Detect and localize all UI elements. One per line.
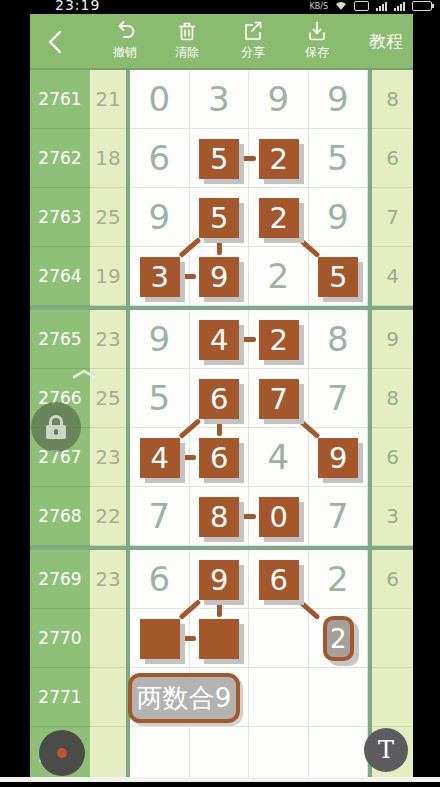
grid-cell-2765-1[interactable]: 9 (130, 310, 190, 369)
marked-digit-box-2767-1[interactable]: 4 (140, 438, 180, 478)
period-cell-2764: 2764 (30, 247, 90, 306)
undo-label: 撤销 (98, 44, 152, 61)
save-icon (305, 20, 329, 42)
marked-digit-box-2767-2[interactable]: 6 (199, 438, 239, 478)
connector-line-2 (217, 240, 222, 255)
period-cell-2771: 2771 (30, 668, 90, 727)
network-speed-label: KB/S (309, 2, 328, 11)
grid-cell-2768-1[interactable]: 7 (130, 487, 190, 546)
right-cell-2768: 3 (372, 487, 413, 546)
collapse-caret-icon[interactable] (72, 364, 96, 374)
grid-cell-2769-4[interactable]: 2 (309, 550, 369, 609)
connector-line-7 (217, 421, 222, 436)
grid-cell-2768-4[interactable]: 7 (309, 487, 369, 546)
grid-cell-2762-4[interactable]: 5 (309, 129, 369, 188)
sum-cell-2767: 23 (90, 428, 126, 487)
lock-button[interactable] (31, 402, 81, 452)
undo-button[interactable]: 撤销 (98, 20, 152, 61)
status-time: 23:19 (55, 0, 100, 13)
blank-marker-box-2770-2[interactable] (199, 619, 239, 659)
period-cell-2762: 2762 (30, 129, 90, 188)
sum-cell-2764: 19 (90, 247, 126, 306)
share-button[interactable]: 分享 (226, 20, 280, 61)
grid-cell-2763-1[interactable]: 9 (130, 188, 190, 247)
right-cell-2762: 6 (372, 129, 413, 188)
right-cell-2770 (372, 609, 413, 668)
save-button[interactable]: 保存 (290, 20, 344, 61)
connector-line-9 (183, 455, 197, 460)
grid-cell-2762-1[interactable]: 6 (130, 129, 190, 188)
status-bar: 23:19 KB/S (0, 0, 440, 14)
marked-digit-box-2769-3[interactable]: 6 (259, 560, 299, 600)
sum-cell-2761: 21 (90, 70, 126, 129)
connector-line-0 (242, 156, 256, 161)
connector-line-4 (183, 274, 197, 279)
grid-cell-2772-4[interactable] (309, 727, 369, 779)
signal-icon-sim1 (376, 2, 387, 11)
status-icons: KB/S (309, 0, 432, 14)
right-cell-2764: 4 (372, 247, 413, 306)
sum-cell-2769: 23 (90, 550, 126, 609)
blank-marker-box-2770-1[interactable] (140, 619, 180, 659)
marked-digit-box-2766-3[interactable]: 7 (259, 379, 299, 419)
bottom-edge-strip (0, 777, 440, 782)
period-cell-2768: 2768 (30, 487, 90, 546)
group-separator-2 (30, 546, 413, 550)
marked-digit-box-2769-2[interactable]: 9 (199, 560, 239, 600)
sum-cell-2762: 18 (90, 129, 126, 188)
toolbar: 撤销 清除 分享 保存 教程 (30, 14, 413, 70)
right-cell-2767: 6 (372, 428, 413, 487)
marked-digit-box-2763-2[interactable]: 5 (199, 198, 239, 238)
right-cell-2766: 8 (372, 369, 413, 428)
app-window: 撤销 清除 分享 保存 教程 2761210399827621865627632… (30, 14, 413, 779)
grid-cell-2772-3[interactable] (249, 727, 309, 779)
trend-chart-grid: 2761210399827621865627632599727641924276… (30, 70, 413, 779)
right-cell-2761: 8 (372, 70, 413, 129)
marked-digit-box-2762-2[interactable]: 5 (199, 139, 239, 179)
right-cell-2763: 7 (372, 188, 413, 247)
grid-cell-2767-3[interactable]: 4 (249, 428, 309, 487)
battery-icon (412, 1, 432, 11)
annotation-label[interactable]: 两数合9 (128, 673, 240, 723)
period-cell-2761: 2761 (30, 70, 90, 129)
marked-digit-box-2764-4[interactable]: 5 (318, 257, 358, 297)
marked-digit-box-2766-2[interactable]: 6 (199, 379, 239, 419)
connector-line-14 (183, 636, 197, 641)
grid-cell-2761-1[interactable]: 0 (130, 70, 190, 129)
connector-line-5 (242, 337, 256, 342)
grid-cell-2764-3[interactable]: 2 (249, 247, 309, 306)
connector-line-12 (217, 602, 222, 617)
tutorial-button[interactable]: 教程 (369, 30, 403, 53)
marked-digit-box-2768-3[interactable]: 0 (259, 497, 299, 537)
volte-icon (354, 1, 369, 11)
marked-digit-box-2764-2[interactable]: 9 (199, 257, 239, 297)
share-icon (241, 20, 265, 42)
marked-digit-box-2762-3[interactable]: 2 (259, 139, 299, 179)
marked-digit-box-2764-1[interactable]: 3 (140, 257, 180, 297)
period-cell-2763: 2763 (30, 188, 90, 247)
clear-label: 清除 (160, 44, 214, 61)
lock-icon (49, 415, 63, 425)
grid-cell-2766-1[interactable]: 5 (130, 369, 190, 428)
wifi-icon (335, 1, 347, 11)
grid-cell-2765-4[interactable]: 8 (309, 310, 369, 369)
period-cell-2765: 2765 (30, 310, 90, 369)
sum-cell-2763: 25 (90, 188, 126, 247)
grid-cell-2763-4[interactable]: 9 (309, 188, 369, 247)
marked-digit-box-2763-3[interactable]: 2 (259, 198, 299, 238)
signal-icon-sim2 (394, 2, 405, 11)
sum-cell-2771 (90, 668, 126, 727)
share-label: 分享 (226, 44, 280, 61)
right-cell-2765: 9 (372, 310, 413, 369)
clear-button[interactable]: 清除 (160, 20, 214, 61)
grid-cell-2761-2[interactable]: 3 (190, 70, 250, 129)
undo-icon (113, 20, 137, 42)
group-separator-1 (30, 306, 413, 310)
chevron-left-icon (42, 28, 70, 56)
record-dot-icon (57, 748, 67, 758)
column-separator-right (368, 70, 372, 779)
grid-cell-2769-1[interactable]: 6 (130, 550, 190, 609)
marked-digit-box-2768-2[interactable]: 8 (199, 497, 239, 537)
grid-cell-2761-3[interactable]: 9 (249, 70, 309, 129)
marked-digit-box-2765-3[interactable]: 2 (259, 320, 299, 360)
period-cell-2769: 2769 (30, 550, 90, 609)
grid-cell-2772-1[interactable] (130, 727, 190, 779)
connector-line-10 (242, 514, 256, 519)
phone-screen: 23:19 KB/S 撤销 清除 分享 (0, 0, 440, 787)
grid-cell-2770-3[interactable] (249, 609, 309, 668)
column-separator-left (126, 70, 130, 779)
marked-digit-box-2765-2[interactable]: 4 (199, 320, 239, 360)
selected-digit-pill-2770[interactable]: 2 (323, 616, 354, 661)
record-float-button[interactable] (39, 730, 85, 776)
trash-icon (176, 20, 198, 42)
grid-cell-2772-2[interactable] (190, 727, 250, 779)
right-cell-2769: 6 (372, 550, 413, 609)
sum-cell-2772 (90, 727, 126, 779)
grid-cell-2771-4[interactable] (309, 668, 369, 727)
grid-cell-2766-4[interactable]: 7 (309, 369, 369, 428)
back-button[interactable] (42, 28, 70, 56)
grid-cell-2761-4[interactable]: 9 (309, 70, 369, 129)
text-tool-button[interactable]: T (364, 728, 408, 772)
marked-digit-box-2767-4[interactable]: 9 (318, 438, 358, 478)
sum-cell-2768: 22 (90, 487, 126, 546)
right-cell-2771 (372, 668, 413, 727)
save-label: 保存 (290, 44, 344, 61)
period-cell-2770: 2770 (30, 609, 90, 668)
grid-cell-2771-3[interactable] (249, 668, 309, 727)
sum-cell-2770 (90, 609, 126, 668)
sum-cell-2765: 23 (90, 310, 126, 369)
